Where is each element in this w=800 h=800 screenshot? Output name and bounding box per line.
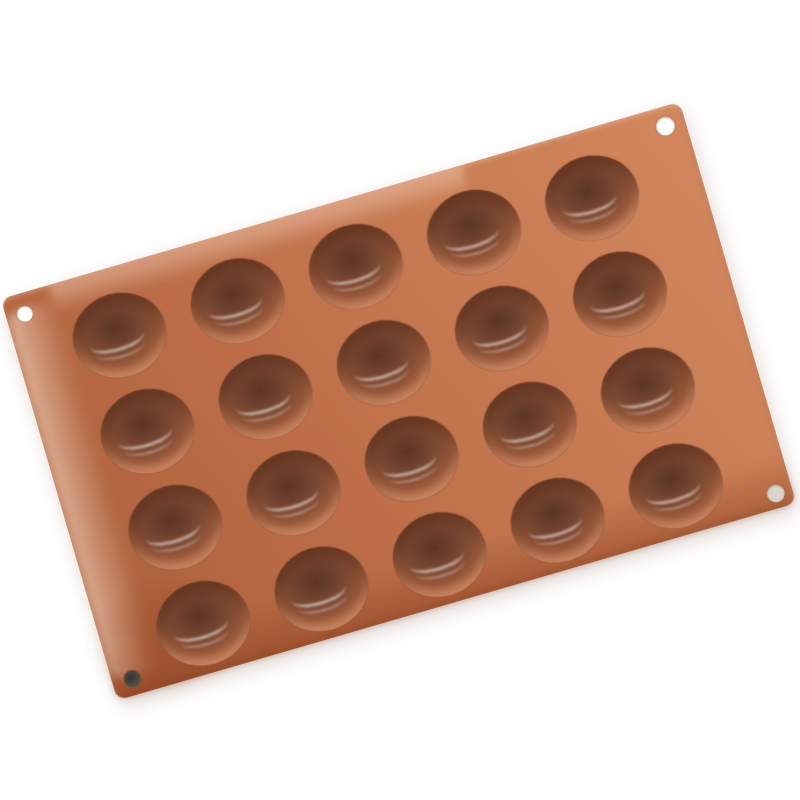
cavity-gloss-highlight	[288, 574, 349, 612]
product-photo	[0, 0, 800, 800]
mold-cavity	[417, 179, 531, 286]
cavity-gloss-highlight	[350, 348, 411, 386]
cavity-gloss-highlight	[496, 410, 557, 448]
cavity-gloss-highlight	[440, 218, 501, 256]
cavity-gloss-highlight	[378, 444, 439, 482]
mold-cavity	[146, 570, 260, 677]
mold-cavity	[591, 337, 705, 444]
cavity-gloss-highlight	[170, 609, 231, 647]
cavity-gloss-highlight	[322, 252, 383, 290]
mold-cavity	[354, 405, 468, 512]
mold-cavity	[535, 145, 649, 252]
mold-cavity	[62, 282, 176, 389]
mold-cavity	[444, 275, 558, 382]
cavity-gloss-highlight	[406, 540, 467, 578]
mold-cavity	[90, 378, 204, 485]
mold-cavity	[326, 309, 440, 416]
mold-cavity	[500, 467, 614, 574]
cavity-gloss-highlight	[260, 478, 321, 516]
mold-cavity	[563, 241, 677, 348]
cavity-gloss-highlight	[642, 471, 703, 509]
cavity-gloss-highlight	[586, 279, 647, 317]
mold-cavity	[180, 248, 294, 355]
mold-cavity	[118, 474, 232, 581]
cavity-gloss-highlight	[86, 320, 147, 358]
cavity-gloss-highlight	[524, 506, 585, 544]
cavity-gloss-highlight	[142, 513, 203, 551]
silicone-mold	[1, 102, 797, 701]
mold-cavity	[236, 440, 350, 547]
mold-cavity	[208, 344, 322, 451]
cavity-gloss-highlight	[468, 314, 529, 352]
cavity-gloss-highlight	[614, 375, 675, 413]
cavity-gloss-highlight	[204, 286, 265, 324]
mold-cavity	[382, 501, 496, 608]
cavity-gloss-highlight	[232, 382, 293, 420]
mold-cavity	[264, 536, 378, 643]
cavity-gloss-highlight	[114, 416, 175, 454]
cavity-grid	[1, 102, 797, 701]
cavity-gloss-highlight	[559, 183, 620, 221]
mold-cavity	[618, 433, 732, 540]
mold-cavity	[298, 213, 412, 320]
mold-cavity	[472, 371, 586, 478]
